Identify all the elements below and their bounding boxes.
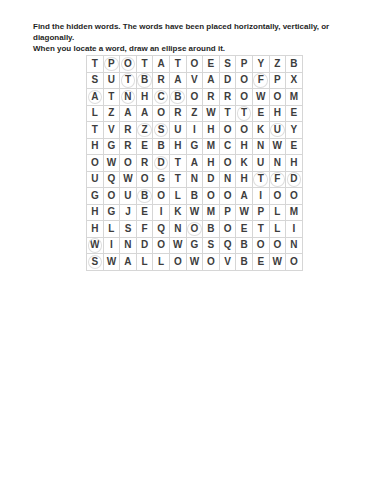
cell-letter: A	[191, 158, 198, 168]
cell-letter: K	[174, 207, 181, 217]
cell-letter: T	[142, 59, 148, 69]
grid-cell[interactable]: O	[87, 155, 104, 172]
cell-letter: W	[173, 240, 182, 250]
grid-cell[interactable]: F	[253, 73, 270, 90]
grid-cell[interactable]: O	[187, 56, 204, 73]
cell-letter: D	[141, 240, 148, 250]
grid-cell[interactable]: B	[137, 188, 154, 205]
grid-cell[interactable]: O	[286, 188, 303, 205]
cell-letter: P	[224, 207, 231, 217]
grid-cell[interactable]: A	[170, 73, 187, 90]
grid-cell[interactable]: L	[137, 254, 154, 271]
cell-letter: B	[191, 191, 198, 201]
grid-cell[interactable]: O	[203, 254, 220, 271]
grid-cell[interactable]: B	[236, 238, 253, 255]
instruction-line-1: Find the hidden words. The words have be…	[33, 21, 363, 43]
grid-cell[interactable]: G	[104, 205, 121, 222]
grid-cell[interactable]: L	[153, 254, 170, 271]
cell-letter: C	[158, 92, 165, 102]
cell-letter: O	[257, 240, 265, 250]
grid-cell[interactable]: H	[270, 106, 287, 123]
grid-cell[interactable]: B	[203, 221, 220, 238]
cell-letter: G	[108, 141, 116, 151]
grid-cell[interactable]: Z	[137, 122, 154, 139]
grid-cell[interactable]: Z	[270, 56, 287, 73]
grid-cell[interactable]: R	[120, 122, 137, 139]
grid-cell[interactable]: Y	[253, 56, 270, 73]
grid-cell[interactable]: A	[120, 106, 137, 123]
grid-cell[interactable]: L	[270, 205, 287, 222]
grid-cell[interactable]: U	[270, 122, 287, 139]
cell-letter: P	[274, 75, 281, 85]
cell-letter: N	[124, 240, 131, 250]
grid-cell[interactable]: S	[87, 73, 104, 90]
cell-letter: U	[257, 158, 264, 168]
grid-cell[interactable]: E	[236, 221, 253, 238]
grid-cell[interactable]: G	[87, 188, 104, 205]
grid-cell[interactable]: U	[253, 155, 270, 172]
grid-cell[interactable]: E	[203, 56, 220, 73]
cell-letter: G	[91, 191, 99, 201]
grid-cell[interactable]: N	[270, 155, 287, 172]
grid-cell[interactable]: W	[270, 139, 287, 156]
cell-letter: W	[123, 174, 132, 184]
cell-letter: U	[124, 191, 131, 201]
cell-letter: D	[290, 174, 297, 184]
grid-cell[interactable]: H	[203, 155, 220, 172]
grid-cell[interactable]: T	[120, 73, 137, 90]
cell-letter: O	[240, 125, 248, 135]
grid-cell[interactable]: S	[153, 122, 170, 139]
grid-cell[interactable]: O	[153, 238, 170, 255]
cell-letter: O	[91, 158, 99, 168]
instructions: Find the hidden words. The words have be…	[33, 21, 363, 54]
cell-letter: H	[207, 125, 214, 135]
grid-cell[interactable]: A	[187, 155, 204, 172]
cell-letter: A	[124, 257, 131, 267]
cell-letter: C	[224, 141, 231, 151]
grid-cell[interactable]: G	[153, 172, 170, 189]
cell-letter: R	[224, 92, 231, 102]
cell-letter: U	[91, 174, 98, 184]
grid-cell[interactable]: R	[220, 89, 237, 106]
cell-letter: T	[175, 174, 181, 184]
grid-cell[interactable]: S	[87, 254, 104, 271]
grid-cell[interactable]: P	[253, 205, 270, 222]
grid-cell[interactable]: P	[104, 56, 121, 73]
cell-letter: R	[207, 92, 214, 102]
cell-letter: M	[207, 141, 215, 151]
grid-cell[interactable]: D	[153, 155, 170, 172]
cell-letter: V	[108, 125, 115, 135]
cell-letter: A	[241, 191, 248, 201]
cell-letter: U	[174, 125, 181, 135]
cell-letter: O	[174, 257, 182, 267]
grid-cell[interactable]: W	[270, 254, 287, 271]
grid-cell[interactable]: B	[236, 254, 253, 271]
cell-letter: H	[91, 141, 98, 151]
grid-cell[interactable]: K	[253, 122, 270, 139]
grid-cell[interactable]: F	[270, 172, 287, 189]
cell-letter: W	[273, 257, 282, 267]
cell-letter: T	[92, 59, 98, 69]
grid-cell[interactable]: O	[253, 238, 270, 255]
cell-letter: W	[239, 207, 248, 217]
grid-cell[interactable]: T	[220, 106, 237, 123]
cell-letter: N	[274, 158, 281, 168]
grid-cell[interactable]: O	[203, 188, 220, 205]
grid-cell[interactable]: B	[137, 73, 154, 90]
grid-cell[interactable]: E	[253, 254, 270, 271]
grid-cell[interactable]: O	[187, 221, 204, 238]
grid-cell[interactable]: Q	[220, 238, 237, 255]
cell-letter: G	[157, 174, 165, 184]
cell-letter: Z	[142, 125, 148, 135]
grid-cell[interactable]: I	[104, 238, 121, 255]
grid-cell[interactable]: O	[236, 122, 253, 139]
cell-letter: O	[273, 92, 281, 102]
cell-letter: D	[207, 174, 214, 184]
grid-cell[interactable]: G	[187, 139, 204, 156]
cell-letter: O	[290, 257, 298, 267]
grid-cell[interactable]: F	[137, 221, 154, 238]
cell-letter: O	[157, 108, 165, 118]
cell-letter: G	[190, 240, 198, 250]
grid-cell[interactable]: T	[170, 155, 187, 172]
grid-cell[interactable]: T	[137, 56, 154, 73]
cell-letter: R	[124, 125, 131, 135]
grid-cell[interactable]: V	[220, 254, 237, 271]
grid-cell[interactable]: Q	[104, 172, 121, 189]
grid-cell[interactable]: O	[220, 188, 237, 205]
grid-cell[interactable]: O	[170, 254, 187, 271]
grid-cell[interactable]: W	[104, 254, 121, 271]
cell-letter: K	[241, 158, 248, 168]
cell-letter: N	[257, 141, 264, 151]
grid-cell[interactable]: E	[286, 106, 303, 123]
cell-letter: S	[224, 59, 231, 69]
grid-cell[interactable]: V	[187, 73, 204, 90]
cell-letter: Y	[291, 125, 298, 135]
grid-cell[interactable]: U	[120, 188, 137, 205]
grid-cell[interactable]: M	[286, 205, 303, 222]
grid-cell[interactable]: L	[104, 221, 121, 238]
grid-cell[interactable]: B	[187, 188, 204, 205]
cell-letter: F	[142, 224, 148, 234]
grid-cell[interactable]: O	[153, 188, 170, 205]
cell-letter: E	[291, 108, 298, 118]
cell-letter: B	[207, 224, 214, 234]
cell-letter: M	[207, 207, 215, 217]
cell-letter: O	[190, 59, 198, 69]
grid-cell[interactable]: T	[87, 56, 104, 73]
grid-cell[interactable]: U	[104, 73, 121, 90]
cell-letter: G	[190, 141, 198, 151]
cell-letter: K	[257, 125, 264, 135]
grid-cell[interactable]: D	[203, 172, 220, 189]
grid-cell[interactable]: N	[286, 238, 303, 255]
cell-letter: E	[257, 108, 264, 118]
cell-letter: L	[274, 207, 280, 217]
grid-cell[interactable]: G	[187, 238, 204, 255]
grid-cell[interactable]: C	[153, 89, 170, 106]
cell-letter: O	[141, 174, 149, 184]
grid-cell[interactable]: Z	[187, 106, 204, 123]
cell-letter: Z	[108, 108, 114, 118]
grid-cell[interactable]: M	[203, 205, 220, 222]
cell-letter: O	[124, 158, 132, 168]
grid-cell[interactable]: O	[187, 89, 204, 106]
grid-cell[interactable]: P	[270, 73, 287, 90]
grid-cell[interactable]: N	[120, 238, 137, 255]
grid-cell[interactable]: W	[236, 205, 253, 222]
grid-cell[interactable]: B	[153, 139, 170, 156]
cell-letter: E	[257, 257, 264, 267]
cell-letter: W	[190, 257, 199, 267]
grid-cell[interactable]: B	[286, 56, 303, 73]
cell-letter: J	[125, 207, 131, 217]
cell-letter: P	[108, 59, 115, 69]
cell-letter: I	[259, 191, 262, 201]
grid-cell[interactable]: I	[187, 122, 204, 139]
cell-letter: H	[174, 141, 181, 151]
grid-cell[interactable]: H	[87, 205, 104, 222]
grid-cell[interactable]: R	[170, 106, 187, 123]
grid-cell[interactable]: W	[203, 106, 220, 123]
cell-letter: Q	[224, 240, 232, 250]
grid-cell[interactable]: H	[87, 221, 104, 238]
cell-letter: O	[190, 224, 198, 234]
cell-letter: B	[141, 75, 148, 85]
cell-letter: A	[141, 108, 148, 118]
grid-cell[interactable]: A	[236, 188, 253, 205]
instruction-line-2: When you locate a word, draw an ellipse …	[33, 43, 363, 54]
grid-cell[interactable]: A	[153, 56, 170, 73]
grid-cell[interactable]: R	[137, 155, 154, 172]
grid-cell[interactable]: R	[203, 89, 220, 106]
cell-letter: A	[91, 92, 98, 102]
cell-letter: H	[241, 174, 248, 184]
grid-cell[interactable]: O	[104, 188, 121, 205]
cell-letter: E	[241, 224, 248, 234]
cell-letter: R	[158, 75, 165, 85]
cell-letter: O	[273, 240, 281, 250]
cell-letter: O	[224, 125, 232, 135]
cell-letter: T	[92, 125, 98, 135]
grid-cell[interactable]: G	[104, 139, 121, 156]
cell-letter: L	[175, 191, 181, 201]
cell-letter: S	[208, 240, 215, 250]
cell-letter: L	[108, 224, 114, 234]
grid-cell[interactable]: W	[253, 89, 270, 106]
cell-letter: T	[258, 224, 264, 234]
grid-cell[interactable]: W	[170, 238, 187, 255]
grid-cell[interactable]: W	[187, 254, 204, 271]
cell-letter: A	[207, 75, 214, 85]
cell-letter: B	[241, 257, 248, 267]
cell-letter: T	[258, 174, 264, 184]
grid-cell[interactable]: L	[170, 188, 187, 205]
grid-cell[interactable]: O	[153, 106, 170, 123]
cell-letter: P	[241, 59, 248, 69]
grid-cell[interactable]: E	[137, 205, 154, 222]
cell-letter: G	[108, 207, 116, 217]
cell-letter: O	[224, 158, 232, 168]
cell-letter: U	[108, 75, 115, 85]
cell-letter: T	[241, 108, 247, 118]
cell-letter: X	[291, 75, 298, 85]
grid-cell[interactable]: T	[170, 56, 187, 73]
grid-cell[interactable]: J	[120, 205, 137, 222]
grid-cell[interactable]: D	[220, 73, 237, 90]
cell-letter: S	[91, 75, 98, 85]
cell-letter: O	[240, 92, 248, 102]
grid-cell[interactable]: O	[120, 155, 137, 172]
cell-letter: H	[91, 207, 98, 217]
grid-cell[interactable]: T	[253, 172, 270, 189]
grid-cell[interactable]: M	[286, 89, 303, 106]
cell-letter: T	[108, 92, 114, 102]
grid-cell[interactable]: A	[87, 89, 104, 106]
grid-cell[interactable]: T	[170, 172, 187, 189]
grid-cell[interactable]: N	[253, 139, 270, 156]
cell-letter: E	[208, 59, 215, 69]
grid-cell[interactable]: L	[87, 106, 104, 123]
grid-cell[interactable]: N	[120, 89, 137, 106]
grid-cell[interactable]: N	[170, 221, 187, 238]
cell-letter: T	[175, 158, 181, 168]
word-search-grid: TPOTATOESPYZBSUTBRAVADOFPXATNHCBORROWOML…	[86, 55, 303, 271]
cell-letter: N	[224, 174, 231, 184]
grid-cell[interactable]: U	[170, 122, 187, 139]
grid-cell[interactable]: V	[104, 122, 121, 139]
cell-letter: I	[110, 240, 113, 250]
cell-letter: H	[274, 108, 281, 118]
grid-cell[interactable]: T	[87, 122, 104, 139]
grid-cell[interactable]: T	[236, 106, 253, 123]
grid-cell[interactable]: Y	[286, 122, 303, 139]
grid-cell[interactable]: R	[153, 73, 170, 90]
grid-cell[interactable]: P	[220, 205, 237, 222]
grid-cell[interactable]: W	[87, 238, 104, 255]
grid-cell[interactable]: L	[270, 221, 287, 238]
grid-cell[interactable]: O	[236, 89, 253, 106]
grid-cell[interactable]: O	[220, 221, 237, 238]
cell-letter: H	[290, 158, 297, 168]
grid-cell[interactable]: Z	[104, 106, 121, 123]
grid-cell[interactable]: B	[170, 89, 187, 106]
cell-letter: B	[141, 191, 148, 201]
cell-letter: I	[193, 125, 196, 135]
grid-cell[interactable]: H	[87, 139, 104, 156]
grid-cell[interactable]: O	[270, 238, 287, 255]
cell-letter: R	[124, 141, 131, 151]
cell-letter: O	[124, 59, 132, 69]
cell-letter: O	[290, 191, 298, 201]
grid-cell[interactable]: Q	[153, 221, 170, 238]
grid-cell[interactable]: O	[270, 89, 287, 106]
grid-cell[interactable]: N	[220, 172, 237, 189]
cell-letter: T	[224, 108, 230, 118]
cell-letter: B	[290, 59, 297, 69]
grid-cell[interactable]: E	[253, 106, 270, 123]
cell-letter: D	[224, 75, 231, 85]
cell-letter: W	[190, 207, 199, 217]
cell-letter: M	[290, 207, 298, 217]
grid-cell[interactable]: H	[203, 122, 220, 139]
cell-letter: L	[274, 224, 280, 234]
cell-letter: S	[125, 224, 132, 234]
cell-letter: V	[224, 257, 231, 267]
cell-letter: O	[207, 191, 215, 201]
cell-letter: H	[241, 141, 248, 151]
grid-cell[interactable]: O	[270, 188, 287, 205]
cell-letter: W	[90, 240, 99, 250]
grid-cell[interactable]: I	[153, 205, 170, 222]
grid-cell[interactable]: S	[203, 238, 220, 255]
grid-cell[interactable]: O	[236, 73, 253, 90]
grid-cell[interactable]: E	[137, 139, 154, 156]
grid-cell[interactable]: A	[120, 254, 137, 271]
grid-cell[interactable]: T	[253, 221, 270, 238]
grid-cell[interactable]: C	[220, 139, 237, 156]
grid-cell[interactable]: O	[220, 155, 237, 172]
grid-cell[interactable]: N	[187, 172, 204, 189]
grid-cell[interactable]: D	[137, 238, 154, 255]
grid-cell[interactable]: D	[286, 172, 303, 189]
cell-letter: O	[207, 257, 215, 267]
cell-letter: B	[174, 92, 181, 102]
grid-cell[interactable]: O	[120, 56, 137, 73]
cell-letter: S	[91, 257, 98, 267]
grid-cell[interactable]: E	[286, 139, 303, 156]
grid-cell[interactable]: M	[203, 139, 220, 156]
grid-cell[interactable]: X	[286, 73, 303, 90]
grid-cell[interactable]: I	[253, 188, 270, 205]
grid-cell[interactable]: W	[187, 205, 204, 222]
grid-cell[interactable]: U	[87, 172, 104, 189]
grid-cell[interactable]: H	[137, 89, 154, 106]
cell-letter: O	[240, 75, 248, 85]
cell-letter: Q	[108, 174, 116, 184]
grid-cell[interactable]: K	[236, 155, 253, 172]
grid-cell[interactable]: S	[120, 221, 137, 238]
grid-cell[interactable]: W	[120, 172, 137, 189]
cell-letter: H	[141, 92, 148, 102]
grid-cell[interactable]: H	[236, 139, 253, 156]
grid-cell[interactable]: R	[120, 139, 137, 156]
cell-letter: O	[108, 191, 116, 201]
grid-cell[interactable]: O	[286, 254, 303, 271]
grid-cell[interactable]: H	[236, 172, 253, 189]
grid-cell[interactable]: T	[104, 89, 121, 106]
grid-cell[interactable]: O	[220, 122, 237, 139]
grid-cell[interactable]: H	[286, 155, 303, 172]
grid-cell[interactable]: O	[137, 172, 154, 189]
cell-letter: O	[224, 224, 232, 234]
grid-cell[interactable]: A	[137, 106, 154, 123]
grid-cell[interactable]: I	[286, 221, 303, 238]
grid-cell[interactable]: K	[170, 205, 187, 222]
cell-letter: N	[290, 240, 297, 250]
grid-cell[interactable]: H	[170, 139, 187, 156]
grid-cell[interactable]: P	[236, 56, 253, 73]
grid-cell[interactable]: W	[104, 155, 121, 172]
cell-letter: R	[174, 108, 181, 118]
cell-letter: N	[174, 224, 181, 234]
grid-cell[interactable]: S	[220, 56, 237, 73]
grid-cell[interactable]: A	[203, 73, 220, 90]
